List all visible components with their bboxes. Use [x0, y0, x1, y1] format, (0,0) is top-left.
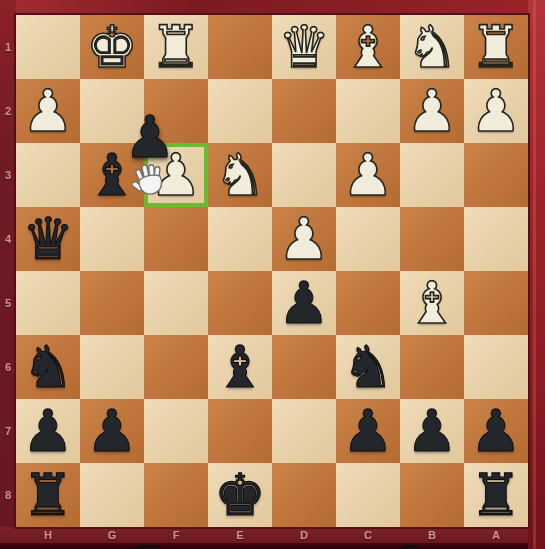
- square-g7[interactable]: ♟: [80, 399, 144, 463]
- square-e6[interactable]: ♝: [208, 335, 272, 399]
- square-a7[interactable]: ♟: [464, 399, 528, 463]
- square-f8[interactable]: [144, 463, 208, 527]
- black-queen[interactable]: ♛: [22, 207, 74, 271]
- rank-label-4: 4: [0, 207, 16, 271]
- square-d7[interactable]: [272, 399, 336, 463]
- white-bishop[interactable]: ♝: [406, 271, 458, 335]
- white-king[interactable]: ♚: [86, 15, 138, 79]
- square-a6[interactable]: [464, 335, 528, 399]
- square-g5[interactable]: [80, 271, 144, 335]
- square-c7[interactable]: ♟: [336, 399, 400, 463]
- black-pawn[interactable]: ♟: [124, 105, 176, 169]
- square-a4[interactable]: [464, 207, 528, 271]
- chess-app-window: ♚♜♛♝♞♜♟♟♟♝♟♞♟♛♟♟♝♞♝♞♟♟♟♟♟♜♚♜ 12345678 HG…: [0, 0, 545, 549]
- cropped-artifact: [402, 545, 418, 549]
- square-h6[interactable]: ♞: [16, 335, 80, 399]
- square-b3[interactable]: [400, 143, 464, 207]
- square-b6[interactable]: [400, 335, 464, 399]
- square-d6[interactable]: [272, 335, 336, 399]
- white-pawn[interactable]: ♟: [22, 79, 74, 143]
- square-g1[interactable]: ♚: [80, 15, 144, 79]
- white-pawn[interactable]: ♟: [278, 207, 330, 271]
- background-curtain: [528, 0, 545, 549]
- square-h3[interactable]: [16, 143, 80, 207]
- black-knight[interactable]: ♞: [22, 335, 74, 399]
- square-c2[interactable]: [336, 79, 400, 143]
- rank-label-3: 3: [0, 143, 16, 207]
- file-label-d: D: [272, 528, 336, 543]
- black-pawn[interactable]: ♟: [22, 399, 74, 463]
- white-pawn[interactable]: ♟: [342, 143, 394, 207]
- white-knight[interactable]: ♞: [214, 143, 266, 207]
- black-pawn[interactable]: ♟: [470, 399, 522, 463]
- square-d4[interactable]: ♟: [272, 207, 336, 271]
- square-d3[interactable]: [272, 143, 336, 207]
- board-frame-bottom-edge: [0, 543, 545, 549]
- square-c5[interactable]: [336, 271, 400, 335]
- black-pawn[interactable]: ♟: [278, 271, 330, 335]
- square-e3[interactable]: ♞: [208, 143, 272, 207]
- rank-label-1: 1: [0, 15, 16, 79]
- white-pawn[interactable]: ♟: [406, 79, 458, 143]
- chess-board: ♚♜♛♝♞♜♟♟♟♝♟♞♟♛♟♟♝♞♝♞♟♟♟♟♟♜♚♜: [16, 15, 528, 527]
- square-g8[interactable]: [80, 463, 144, 527]
- file-label-f: F: [144, 528, 208, 543]
- square-b2[interactable]: ♟: [400, 79, 464, 143]
- square-e5[interactable]: [208, 271, 272, 335]
- square-f6[interactable]: [144, 335, 208, 399]
- square-h4[interactable]: ♛: [16, 207, 80, 271]
- square-c6[interactable]: ♞: [336, 335, 400, 399]
- square-b1[interactable]: ♞: [400, 15, 464, 79]
- square-c8[interactable]: [336, 463, 400, 527]
- cropped-artifact: [138, 545, 160, 549]
- board-frame-top: [0, 0, 545, 15]
- square-a2[interactable]: ♟: [464, 79, 528, 143]
- square-f1[interactable]: ♜: [144, 15, 208, 79]
- black-rook[interactable]: ♜: [22, 463, 74, 527]
- square-h5[interactable]: [16, 271, 80, 335]
- square-a3[interactable]: [464, 143, 528, 207]
- file-label-h: H: [16, 528, 80, 543]
- square-d5[interactable]: ♟: [272, 271, 336, 335]
- square-e4[interactable]: [208, 207, 272, 271]
- white-bishop[interactable]: ♝: [342, 15, 394, 79]
- square-e7[interactable]: [208, 399, 272, 463]
- square-c4[interactable]: [336, 207, 400, 271]
- file-label-c: C: [336, 528, 400, 543]
- square-h2[interactable]: ♟: [16, 79, 80, 143]
- square-h1[interactable]: [16, 15, 80, 79]
- square-f4[interactable]: [144, 207, 208, 271]
- square-e8[interactable]: ♚: [208, 463, 272, 527]
- square-b7[interactable]: ♟: [400, 399, 464, 463]
- rank-label-2: 2: [0, 79, 16, 143]
- rank-label-8: 8: [0, 463, 16, 527]
- rank-label-5: 5: [0, 271, 16, 335]
- white-rook[interactable]: ♜: [150, 15, 202, 79]
- black-king[interactable]: ♚: [214, 463, 266, 527]
- square-e2[interactable]: [208, 79, 272, 143]
- file-label-a: A: [464, 528, 528, 543]
- file-label-g: G: [80, 528, 144, 543]
- square-f5[interactable]: [144, 271, 208, 335]
- square-a1[interactable]: ♜: [464, 15, 528, 79]
- black-pawn[interactable]: ♟: [86, 399, 138, 463]
- hand-grab-cursor-icon: [133, 161, 167, 201]
- square-g4[interactable]: [80, 207, 144, 271]
- square-f7[interactable]: [144, 399, 208, 463]
- square-c3[interactable]: ♟: [336, 143, 400, 207]
- square-h7[interactable]: ♟: [16, 399, 80, 463]
- square-d2[interactable]: [272, 79, 336, 143]
- black-rook[interactable]: ♜: [470, 463, 522, 527]
- rank-label-6: 6: [0, 335, 16, 399]
- curtain-fold-highlight: [533, 0, 536, 549]
- square-b4[interactable]: [400, 207, 464, 271]
- square-d8[interactable]: [272, 463, 336, 527]
- black-bishop[interactable]: ♝: [214, 335, 266, 399]
- black-pawn[interactable]: ♟: [342, 399, 394, 463]
- rank-label-7: 7: [0, 399, 16, 463]
- white-pawn[interactable]: ♟: [470, 79, 522, 143]
- square-b8[interactable]: [400, 463, 464, 527]
- file-label-e: E: [208, 528, 272, 543]
- black-pawn[interactable]: ♟: [406, 399, 458, 463]
- dragged-black-pawn[interactable]: ♟: [118, 105, 182, 169]
- square-b5[interactable]: ♝: [400, 271, 464, 335]
- square-e1[interactable]: [208, 15, 272, 79]
- white-knight[interactable]: ♞: [406, 15, 458, 79]
- square-c1[interactable]: ♝: [336, 15, 400, 79]
- file-label-b: B: [400, 528, 464, 543]
- square-a8[interactable]: ♜: [464, 463, 528, 527]
- square-h8[interactable]: ♜: [16, 463, 80, 527]
- black-knight[interactable]: ♞: [342, 335, 394, 399]
- square-g6[interactable]: [80, 335, 144, 399]
- white-rook[interactable]: ♜: [470, 15, 522, 79]
- white-queen[interactable]: ♛: [278, 15, 330, 79]
- square-d1[interactable]: ♛: [272, 15, 336, 79]
- square-a5[interactable]: [464, 271, 528, 335]
